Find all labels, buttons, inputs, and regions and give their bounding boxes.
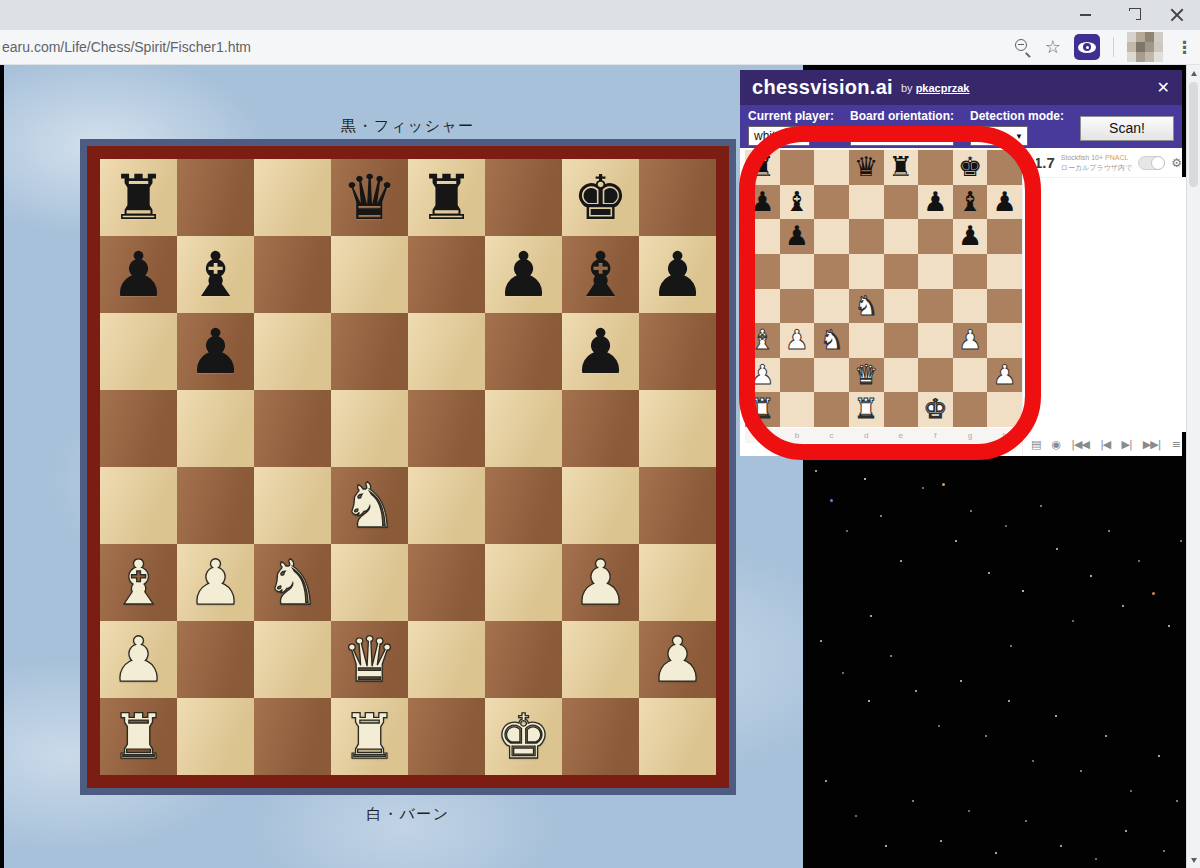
square-a2: ♟ [100, 621, 177, 698]
square-f4 [485, 467, 562, 544]
square-e5 [408, 390, 485, 467]
square-d3 [331, 544, 408, 621]
chessvision-logo: chessvision.ai [752, 76, 893, 99]
square-b1 [780, 392, 815, 427]
minimize-icon [1080, 14, 1091, 16]
white-rook: ♜ [331, 698, 408, 775]
white-pawn: ♟ [745, 358, 780, 393]
moves-area [1023, 178, 1188, 432]
rank-label-4: 4 [1024, 289, 1036, 324]
analysis-panel: -1.7 Stockfish 10+ PNACL ローカルブラウザ内で ⚙ ▤◉… [1022, 148, 1188, 456]
square-c8 [814, 150, 849, 185]
panel-header: chessvision.ai by pkacprzak ✕ [740, 70, 1182, 105]
white-rook: ♜ [745, 392, 780, 427]
square-c5 [814, 254, 849, 289]
square-c4 [254, 467, 331, 544]
black-pawn: ♟ [953, 219, 988, 254]
square-e7 [408, 236, 485, 313]
browser-menu-icon[interactable]: ⋮ [1176, 39, 1193, 56]
scan-button[interactable]: Scan! [1080, 116, 1174, 141]
white-knight: ♞ [849, 289, 884, 324]
black-bishop: ♝ [177, 236, 254, 313]
square-c8 [254, 159, 331, 236]
square-b4 [177, 467, 254, 544]
square-g5 [953, 254, 988, 289]
square-d7 [849, 185, 884, 220]
black-bishop: ♝ [780, 185, 815, 220]
square-h1 [639, 698, 716, 775]
scroll-down-arrow[interactable] [1187, 853, 1200, 867]
square-f3 [485, 544, 562, 621]
bookmark-star-icon[interactable]: ☆ [1045, 38, 1061, 56]
panel-controls: Current player: white ▼ Board orientatio… [740, 105, 1182, 148]
square-b5 [780, 254, 815, 289]
black-rook: ♜ [408, 159, 485, 236]
black-pawn: ♟ [987, 185, 1022, 220]
square-b6: ♟ [780, 219, 815, 254]
black-bishop: ♝ [562, 236, 639, 313]
white-pawn: ♟ [639, 621, 716, 698]
panel-body: ♜♛♜♚♟♝♟♝♟♟♟♞♝♟♞♟♟♛♟♜♜♚ 87654321 abcdefgh… [740, 148, 1182, 456]
page-scrollbar[interactable] [1186, 65, 1200, 868]
square-d2: ♛ [849, 358, 884, 393]
file-label-a: a [745, 428, 780, 443]
square-c5 [254, 390, 331, 467]
eye-icon [1078, 42, 1096, 53]
square-d5 [331, 390, 408, 467]
detection-mode-select[interactable]: fast ▼ [970, 126, 1028, 146]
white-knight: ♞ [814, 323, 849, 358]
current-player-control: Current player: white ▼ [748, 109, 834, 146]
square-c3: ♞ [814, 323, 849, 358]
square-f8 [485, 159, 562, 236]
white-rook: ♜ [849, 392, 884, 427]
restore-button[interactable] [1108, 0, 1154, 30]
square-g2 [562, 621, 639, 698]
file-label-f: f [918, 428, 953, 443]
square-e8: ♜ [884, 150, 919, 185]
square-f2 [485, 621, 562, 698]
square-a1: ♜ [745, 392, 780, 427]
square-d8: ♛ [331, 159, 408, 236]
white-pawn: ♟ [100, 621, 177, 698]
first-move-icon[interactable]: |◀◀ [1071, 438, 1089, 451]
rank-label-2: 2 [1024, 358, 1036, 393]
square-d7 [331, 236, 408, 313]
black-king: ♚ [953, 150, 988, 185]
rank-label-7: 7 [1024, 185, 1036, 220]
square-c3: ♞ [254, 544, 331, 621]
board-frame-maroon: ♜♛♜♚♟♝♟♝♟♟♟♞♝♟♞♟♟♛♟♜♜♚ [87, 146, 729, 788]
square-c6 [814, 219, 849, 254]
webpage: 黒・フィッシャー ♜♛♜♚♟♝♟♝♟♟♟♞♝♟♞♟♟♛♟♜♜♚ 白・バーン ch… [0, 65, 1200, 868]
square-h4 [639, 467, 716, 544]
engine-toggle[interactable] [1138, 156, 1165, 170]
white-player-label: 白・バーン [80, 801, 736, 827]
board-border-navy: ♜♛♜♚♟♝♟♝♟♟♟♞♝♟♞♟♟♛♟♜♜♚ [80, 139, 736, 795]
square-e6 [884, 219, 919, 254]
square-h7: ♟ [987, 185, 1022, 220]
white-king: ♚ [918, 392, 953, 427]
chevron-down-icon: ▼ [941, 127, 949, 147]
address-bar[interactable]: earu.com/Life/Chess/Spirit/Fischer1.htm [0, 39, 1015, 55]
white-knight: ♞ [254, 544, 331, 621]
chevron-down-icon: ▼ [1015, 127, 1023, 147]
white-bishop: ♝ [745, 323, 780, 358]
square-h5 [639, 390, 716, 467]
square-c2 [254, 621, 331, 698]
square-d1: ♜ [849, 392, 884, 427]
square-g8: ♚ [562, 159, 639, 236]
file-label-d: d [849, 428, 884, 443]
white-queen: ♛ [849, 358, 884, 393]
evaluation-row: -1.7 Stockfish 10+ PNACL ローカルブラウザ内で ⚙ [1023, 148, 1188, 178]
menu-icon[interactable]: ≡ [1172, 438, 1180, 451]
square-f1: ♚ [918, 392, 953, 427]
rank-label-1: 1 [1024, 392, 1036, 427]
square-b7: ♝ [780, 185, 815, 220]
board-orientation-control: Board orientation: auto detect ▼ [850, 109, 954, 146]
previous-move-icon[interactable]: |◀ [1100, 438, 1110, 451]
square-e6 [408, 313, 485, 390]
navigation-bar: ▤◉|◀◀|◀▶|▶▶|≡ [1023, 432, 1188, 456]
square-e3 [408, 544, 485, 621]
square-h7: ♟ [639, 236, 716, 313]
file-label-g: g [953, 428, 988, 443]
file-label-e: e [884, 428, 919, 443]
square-f5 [485, 390, 562, 467]
black-queen: ♛ [849, 150, 884, 185]
square-b3: ♟ [177, 544, 254, 621]
rank-label-3: 3 [1024, 323, 1036, 358]
square-c7 [814, 185, 849, 220]
square-h3 [987, 323, 1022, 358]
black-bishop: ♝ [953, 185, 988, 220]
square-f3 [918, 323, 953, 358]
square-b2 [177, 621, 254, 698]
square-e4 [408, 467, 485, 544]
square-a3: ♝ [745, 323, 780, 358]
square-f6 [918, 219, 953, 254]
square-a7: ♟ [745, 185, 780, 220]
next-move-icon[interactable]: ▶| [1122, 438, 1132, 451]
square-d5 [849, 254, 884, 289]
close-icon [1170, 8, 1184, 22]
square-c7 [254, 236, 331, 313]
square-a6 [745, 219, 780, 254]
rank-label-5: 5 [1024, 254, 1036, 289]
square-e7 [884, 185, 919, 220]
square-a1: ♜ [100, 698, 177, 775]
square-g1 [953, 392, 988, 427]
square-c2 [814, 358, 849, 393]
toggle-knob [1151, 156, 1165, 170]
square-b7: ♝ [177, 236, 254, 313]
square-f8 [918, 150, 953, 185]
square-f4 [918, 289, 953, 324]
square-a6 [100, 313, 177, 390]
last-move-icon[interactable]: ▶▶| [1143, 438, 1161, 451]
square-g7: ♝ [953, 185, 988, 220]
square-g6: ♟ [953, 219, 988, 254]
square-d1: ♜ [331, 698, 408, 775]
square-g2 [953, 358, 988, 393]
white-pawn: ♟ [177, 544, 254, 621]
record-icon[interactable]: ◉ [1052, 438, 1061, 451]
square-a5 [100, 390, 177, 467]
square-e4 [884, 289, 919, 324]
main-chessboard: ♜♛♜♚♟♝♟♝♟♟♟♞♝♟♞♟♟♛♟♜♜♚ [100, 159, 716, 775]
square-g3: ♟ [562, 544, 639, 621]
square-g5 [562, 390, 639, 467]
white-bishop: ♝ [100, 544, 177, 621]
scrollbar-thumb[interactable] [1189, 82, 1198, 187]
black-player-label: 黒・フィッシャー [80, 113, 736, 139]
square-g6: ♟ [562, 313, 639, 390]
file-coordinates: abcdefgh [745, 428, 1022, 443]
zoom-out-icon[interactable] [1015, 39, 1032, 56]
square-f7: ♟ [485, 236, 562, 313]
square-e2 [884, 358, 919, 393]
square-h8 [639, 159, 716, 236]
white-knight: ♞ [331, 467, 408, 544]
black-rook: ♜ [100, 159, 177, 236]
black-pawn: ♟ [100, 236, 177, 313]
square-e8: ♜ [408, 159, 485, 236]
scroll-up-arrow[interactable] [1187, 66, 1200, 80]
restore-icon [1126, 11, 1136, 21]
square-f6 [485, 313, 562, 390]
square-g3: ♟ [953, 323, 988, 358]
square-e3 [884, 323, 919, 358]
black-pawn: ♟ [780, 219, 815, 254]
square-e2 [408, 621, 485, 698]
current-player-select[interactable]: white ▼ [748, 126, 810, 146]
square-a7: ♟ [100, 236, 177, 313]
black-pawn: ♟ [745, 185, 780, 220]
engine-info: Stockfish 10+ PNACL ローカルブラウザ内で [1061, 153, 1132, 172]
square-d4: ♞ [331, 467, 408, 544]
square-h1 [987, 392, 1022, 427]
byline: by pkacprzak [901, 82, 970, 94]
black-rook: ♜ [745, 150, 780, 185]
file-label-c: c [814, 428, 849, 443]
white-king: ♚ [485, 698, 562, 775]
black-pawn: ♟ [639, 236, 716, 313]
square-d4: ♞ [849, 289, 884, 324]
square-h6 [987, 219, 1022, 254]
panel-close-icon[interactable]: ✕ [1157, 78, 1170, 97]
square-c4 [814, 289, 849, 324]
square-d2: ♛ [331, 621, 408, 698]
square-d3 [849, 323, 884, 358]
minimize-button[interactable] [1062, 0, 1108, 30]
square-a2: ♟ [745, 358, 780, 393]
square-b6: ♟ [177, 313, 254, 390]
square-b1 [177, 698, 254, 775]
board-orientation-select[interactable]: auto detect ▼ [850, 126, 954, 146]
square-g4 [953, 289, 988, 324]
square-f1: ♚ [485, 698, 562, 775]
square-b2 [780, 358, 815, 393]
square-a3: ♝ [100, 544, 177, 621]
black-pawn: ♟ [485, 236, 562, 313]
square-g8: ♚ [953, 150, 988, 185]
rank-label-8: 8 [1024, 150, 1036, 185]
main-chess-diagram: 黒・フィッシャー ♜♛♜♚♟♝♟♝♟♟♟♞♝♟♞♟♟♛♟♜♜♚ 白・バーン [80, 113, 736, 827]
browser-toolbar: earu.com/Life/Chess/Spirit/Fischer1.htm … [0, 30, 1200, 65]
black-rook: ♜ [884, 150, 919, 185]
toolbar-divider [1113, 37, 1114, 57]
white-pawn: ♟ [780, 323, 815, 358]
gear-icon[interactable]: ⚙ [1171, 156, 1182, 170]
black-pawn: ♟ [918, 185, 953, 220]
white-pawn: ♟ [987, 358, 1022, 393]
chevron-down-icon: ▼ [797, 127, 805, 147]
square-h2: ♟ [639, 621, 716, 698]
square-f2 [918, 358, 953, 393]
chessvision-extension-icon[interactable] [1074, 34, 1100, 60]
profile-avatar[interactable] [1127, 32, 1163, 62]
square-e1 [884, 392, 919, 427]
square-d8: ♛ [849, 150, 884, 185]
square-a5 [745, 254, 780, 289]
detection-mode-control: Detection mode: fast ▼ [970, 109, 1064, 146]
white-rook: ♜ [100, 698, 177, 775]
black-pawn: ♟ [177, 313, 254, 390]
square-h5 [987, 254, 1022, 289]
rank-coordinates: 87654321 [1024, 150, 1036, 427]
square-a8: ♜ [100, 159, 177, 236]
square-h4 [987, 289, 1022, 324]
mini-chessboard: ♜♛♜♚♟♝♟♝♟♟♟♞♝♟♞♟♟♛♟♜♜♚ [745, 150, 1022, 427]
square-a8: ♜ [745, 150, 780, 185]
square-c1 [814, 392, 849, 427]
white-pawn: ♟ [562, 544, 639, 621]
square-h2: ♟ [987, 358, 1022, 393]
square-d6 [849, 219, 884, 254]
square-h8 [987, 150, 1022, 185]
square-b5 [177, 390, 254, 467]
square-h3 [639, 544, 716, 621]
white-queen: ♛ [331, 621, 408, 698]
black-queen: ♛ [331, 159, 408, 236]
pnacl-badge: PNACL [1105, 154, 1128, 161]
window-titlebar [0, 0, 1200, 30]
book-icon[interactable]: ▤ [1031, 438, 1040, 451]
file-label-h: h [987, 428, 1022, 443]
square-f7: ♟ [918, 185, 953, 220]
detected-board-widget[interactable]: ♜♛♜♚♟♝♟♝♟♟♟♞♝♟♞♟♟♛♟♜♜♚ 87654321 abcdefgh [740, 148, 1022, 456]
square-g1 [562, 698, 639, 775]
square-a4 [100, 467, 177, 544]
rank-label-6: 6 [1024, 219, 1036, 254]
square-g7: ♝ [562, 236, 639, 313]
square-e5 [884, 254, 919, 289]
square-b4 [780, 289, 815, 324]
close-window-button[interactable] [1154, 0, 1200, 30]
square-h6 [639, 313, 716, 390]
black-king: ♚ [562, 159, 639, 236]
square-e1 [408, 698, 485, 775]
black-pawn: ♟ [562, 313, 639, 390]
square-d6 [331, 313, 408, 390]
square-b3: ♟ [780, 323, 815, 358]
square-c1 [254, 698, 331, 775]
author-link[interactable]: pkacprzak [916, 82, 970, 94]
file-label-b: b [780, 428, 815, 443]
chessvision-panel: chessvision.ai by pkacprzak ✕ Current pl… [740, 70, 1182, 456]
square-c6 [254, 313, 331, 390]
square-f5 [918, 254, 953, 289]
square-b8 [177, 159, 254, 236]
square-a4 [745, 289, 780, 324]
square-b8 [780, 150, 815, 185]
square-g4 [562, 467, 639, 544]
white-pawn: ♟ [953, 323, 988, 358]
